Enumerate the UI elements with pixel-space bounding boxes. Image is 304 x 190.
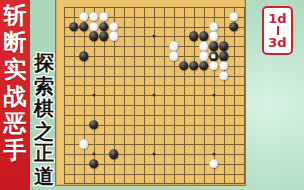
white-stone (219, 61, 229, 71)
last-move-marker (212, 54, 216, 58)
grid-line (64, 115, 245, 116)
rank-bottom: 3d (268, 36, 286, 49)
white-stone (219, 71, 229, 81)
black-stone (89, 159, 99, 169)
black-stone (89, 32, 99, 42)
title-char: 斩 (4, 2, 27, 29)
white-stone (169, 41, 179, 51)
white-stone (109, 22, 119, 32)
white-stone (209, 61, 219, 71)
white-stone (209, 22, 219, 32)
grid-line (164, 7, 165, 184)
black-stone (109, 149, 119, 159)
grid-line (234, 7, 235, 184)
black-stone (199, 61, 209, 71)
rank-badge: 1d 3d (262, 6, 293, 55)
star-point (92, 153, 95, 156)
black-stone (229, 22, 239, 32)
star-point (212, 94, 215, 97)
white-stone (99, 12, 109, 22)
star-point (152, 35, 155, 38)
grid-line (244, 7, 245, 184)
white-stone (229, 12, 239, 22)
title-char: 断 (4, 29, 27, 56)
white-stone (79, 139, 89, 149)
black-stone (219, 41, 229, 51)
star-point (92, 94, 95, 97)
white-stone (89, 22, 99, 32)
subtitle-char: 道 (34, 165, 54, 188)
star-point (212, 153, 215, 156)
black-stone (209, 51, 219, 61)
grid-line (224, 7, 225, 184)
white-stone (199, 41, 209, 51)
grid-line (64, 183, 245, 184)
white-stone (209, 32, 219, 42)
subtitle-char: 之 (34, 120, 54, 143)
page: 斩 断 实 战 恶 手 探 索 棋 之 正 道 1d 3d (0, 0, 304, 190)
grid-line (64, 144, 245, 145)
black-stone (189, 32, 199, 42)
rank-top: 1d (268, 12, 286, 25)
subtitle-char: 正 (34, 142, 54, 165)
grid-line (174, 7, 175, 184)
title-char: 恶 (4, 110, 27, 137)
black-stone (219, 51, 229, 61)
black-stone (69, 22, 79, 32)
white-stone (79, 12, 89, 22)
go-board[interactable] (55, 0, 246, 186)
white-stone (89, 12, 99, 22)
subtitle-banner: 探 索 棋 之 正 道 (31, 52, 57, 187)
white-stone (209, 159, 219, 169)
star-point (152, 153, 155, 156)
grid-line (64, 105, 245, 106)
black-stone (89, 120, 99, 130)
grid-line (184, 7, 185, 184)
black-stone (189, 61, 199, 71)
subtitle-char: 索 (34, 75, 54, 98)
subtitle-char: 探 (34, 52, 54, 75)
rank-divider (277, 26, 279, 35)
white-stone (169, 51, 179, 61)
title-char: 手 (4, 137, 27, 164)
title-banner: 斩 断 实 战 恶 手 (0, 0, 30, 190)
star-point (152, 94, 155, 97)
grid-line (64, 174, 245, 175)
black-stone (209, 41, 219, 51)
subtitle-char: 棋 (34, 97, 54, 120)
black-stone (99, 22, 109, 32)
black-stone (199, 32, 209, 42)
white-stone (109, 32, 119, 42)
title-char: 战 (4, 83, 27, 110)
white-stone (199, 51, 209, 61)
black-stone (79, 22, 89, 32)
black-stone (79, 51, 89, 61)
black-stone (179, 61, 189, 71)
title-char: 实 (4, 56, 27, 83)
grid-line (64, 134, 245, 135)
black-stone (99, 32, 109, 42)
